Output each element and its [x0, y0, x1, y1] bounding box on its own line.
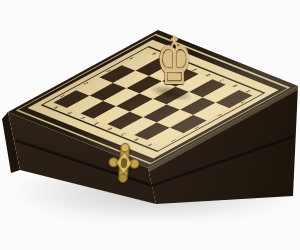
white-king-piece: ♚	[155, 28, 192, 98]
brass-clasp-icon	[103, 141, 146, 186]
chess-box-product-photo: HGFEDCBA HGFEDCBA 4321 4321	[0, 0, 300, 250]
